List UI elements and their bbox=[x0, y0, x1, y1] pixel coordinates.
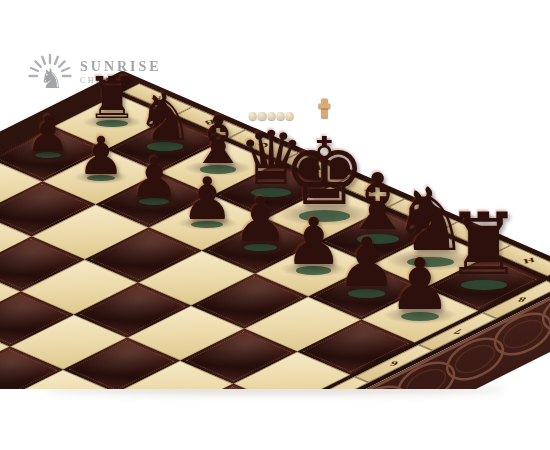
sunrise-logo: ♞ SUNRISE CHESS bbox=[28, 50, 162, 94]
svg-text:♞: ♞ bbox=[39, 63, 63, 94]
brand-text-block: SUNRISE CHESS bbox=[80, 59, 162, 85]
horse-sun-icon: ♞ bbox=[28, 50, 74, 94]
product-photo: ♞ SUNRISE CHESS ABCDEFGH 87654321 bbox=[0, 0, 550, 450]
brand-name: SUNRISE bbox=[80, 59, 162, 75]
brand-subtitle: CHESS bbox=[80, 76, 162, 85]
